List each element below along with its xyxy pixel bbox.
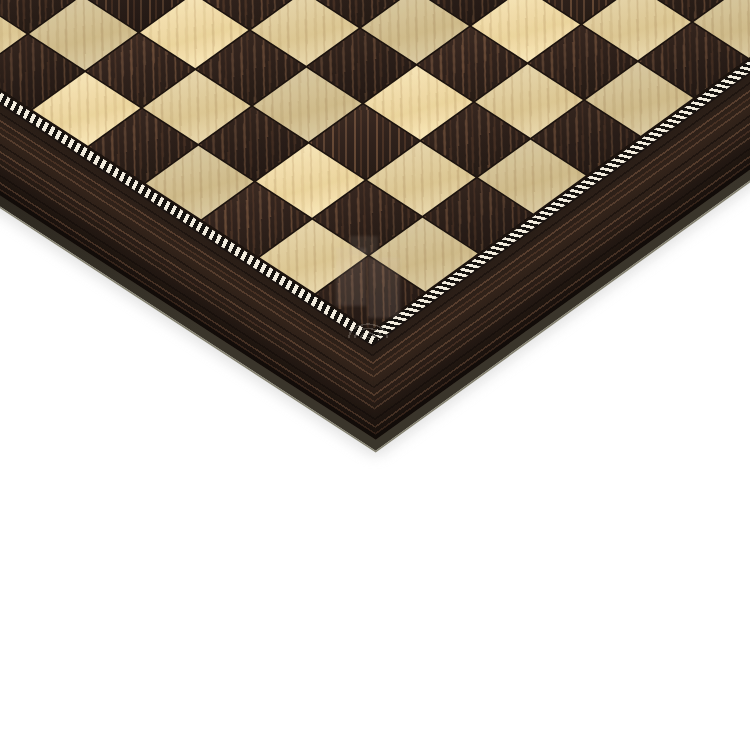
chess-board <box>0 0 750 440</box>
product-photo-scene <box>0 0 750 750</box>
